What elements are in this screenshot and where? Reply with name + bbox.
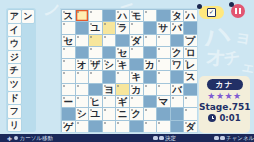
board-cell[interactable] [157,121,170,132]
board-cell[interactable] [76,96,89,107]
tray-empty-slot [22,78,35,91]
board-cell[interactable]: ザ [89,59,102,70]
board-cell[interactable] [89,10,102,21]
board-cell[interactable] [157,59,170,70]
board-cell[interactable] [103,108,116,119]
tray-letter[interactable]: チ [8,64,21,77]
board-cell[interactable]: マ [157,96,170,107]
blocked-cell [144,47,157,58]
blocked-cell [116,35,129,46]
blocked-cell [144,22,157,33]
board-cell[interactable] [76,121,89,132]
pause-icon [239,8,241,14]
blocked-cell [171,121,184,132]
elapsed-time: 0:01 [219,113,240,123]
board-cell[interactable] [144,35,157,46]
blocked-cell [171,108,184,119]
dpad-icon: ✚ [7,136,12,141]
board-cell[interactable] [103,96,116,107]
board-cell[interactable] [62,59,75,70]
blocked-cell [157,108,170,119]
board-cell[interactable] [144,84,157,95]
board-cell[interactable]: ク [130,108,143,119]
check-answers-button[interactable]: ✓ [199,6,224,19]
board-cell[interactable]: ギ [116,96,129,107]
tray-letter[interactable]: ジ [8,51,21,64]
tray-letter[interactable]: ド [8,92,21,105]
board-cell[interactable]: ハ [184,10,197,21]
blocked-cell [184,22,197,33]
blocked-cell [103,47,116,58]
board-cell[interactable]: ワ [171,59,184,70]
blocked-cell [171,71,184,82]
board-cell[interactable]: プ [184,35,197,46]
board-cell[interactable]: ハ [116,10,129,21]
star-rating: ★★★★ [199,91,250,102]
blocked-cell [157,10,170,21]
board-cell[interactable] [130,96,143,107]
selected-cell[interactable] [76,10,89,21]
tray-empty-slot [22,24,35,37]
tray-empty-slot [22,37,35,50]
blocked-cell [89,84,102,95]
blocked-cell [89,121,102,132]
tray-letter[interactable]: リ [8,119,21,132]
clock-icon [208,114,216,122]
blocked-cell [103,10,116,21]
pause-icon [235,8,237,14]
board-cell[interactable] [157,35,170,46]
r-button-icon [220,136,225,141]
stick-icon [14,136,19,141]
board-cell[interactable]: ユ [89,22,102,33]
board-cell[interactable]: ヒ [89,96,102,107]
check-icon: ✓ [207,8,216,17]
stage-number: Stage.751 [199,102,250,112]
board-cell[interactable] [184,108,197,119]
board-cell[interactable] [76,84,89,95]
pause-button[interactable] [231,4,245,18]
board-cell[interactable]: ニ [116,108,129,119]
tray-letter[interactable]: ン [22,10,35,23]
board-cell[interactable] [62,84,75,95]
blocked-cell [62,108,75,119]
mode-badge: カナ [207,79,243,90]
board-cell[interactable]: キ [116,59,129,70]
board-cell[interactable] [184,96,197,107]
tray-letter[interactable]: イ [8,24,21,37]
confirm-hint[interactable]: 決定 [153,134,176,142]
l-button-icon [214,136,219,141]
board-cell[interactable]: ス [184,71,197,82]
board-cell[interactable] [89,47,102,58]
board-cell[interactable]: レ [184,59,197,70]
board-cell[interactable] [171,96,184,107]
board-cell[interactable]: ユ [89,108,102,119]
board-cell[interactable]: ラ [116,22,129,33]
board-cell[interactable]: セ [62,35,75,46]
button-hint-badge [229,2,234,7]
board-cell[interactable] [62,22,75,33]
tray-letter[interactable]: フ [8,105,21,118]
blocked-cell [76,47,89,58]
channel-hint[interactable]: チャンネル [214,134,254,142]
board-cell[interactable]: ク [171,47,184,58]
tray-letter[interactable]: ア [8,10,21,23]
board-cell[interactable]: バ [171,22,184,33]
board-cell[interactable]: セ [116,47,129,58]
blocked-cell [76,22,89,33]
a-button-icon [153,136,158,141]
blocked-cell [130,59,143,70]
board-cell[interactable]: タ [171,10,184,21]
board-cell[interactable] [89,71,102,82]
doodle-glyph: ヨ [235,29,252,49]
control-hint-bar: ✚ カーソル移動 決定 チャンネル [0,134,254,142]
board-cell[interactable] [76,71,89,82]
letter-tray: アンイウジチツドフリ [6,8,36,132]
doodle-glyph: オ [205,43,227,71]
board-cell[interactable] [130,47,143,58]
puzzle-board: スハモタハユラサバセダプセクロオザシキカワレキスヨカバーヒギマシユニクゲダ [60,8,198,133]
tray-letter[interactable]: ウ [8,37,21,50]
board-cell[interactable] [103,35,116,46]
board-cell[interactable] [103,22,116,33]
board-cell[interactable]: ダ [130,35,143,46]
tray-empty-slot [22,51,35,64]
board-cell[interactable] [157,47,170,58]
board-cell[interactable]: カ [144,59,157,70]
board-cell[interactable]: サ [157,22,170,33]
doodle-glyph: チ [223,47,241,70]
game-screen: ハヨチオエノーリ アンイウジチツドフリ スハモタハユラサバセダプセクロオザシキカ… [0,0,254,142]
board-cell[interactable]: シ [103,59,116,70]
board-cell[interactable] [103,121,116,132]
blocked-cell [130,121,143,132]
board-cell[interactable] [62,47,75,58]
stage-info-panel: カナ ★★★★ Stage.751 0:01 [199,76,250,133]
board-cell[interactable] [157,84,170,95]
board-cell[interactable]: カ [130,84,143,95]
cursor-move-hint[interactable]: ✚ カーソル移動 [7,134,53,142]
button-hint-badge [197,4,202,9]
tray-letter[interactable]: ツ [8,78,21,91]
board-cell[interactable] [116,121,129,132]
board-cell[interactable]: ダ [184,121,197,132]
confirm-label: 決定 [165,134,176,142]
board-cell[interactable]: キ [130,71,143,82]
blocked-cell [103,71,116,82]
board-cell[interactable] [144,108,157,119]
board-cell[interactable] [130,22,143,33]
b-button-icon [159,136,164,141]
board-cell[interactable]: バ [171,84,184,95]
blocked-cell [184,84,197,95]
board-cell[interactable]: シ [76,108,89,119]
board-cell[interactable] [157,71,170,82]
board-cell[interactable] [144,121,157,132]
board-cell[interactable]: ゲ [62,121,75,132]
blocked-cell [144,96,157,107]
cursor-move-label: カーソル移動 [20,134,53,142]
tray-empty-slot [22,105,35,118]
board-cell[interactable] [144,10,157,21]
board-cell[interactable]: ロ [184,47,197,58]
doodle-glyph: ハ [201,16,234,56]
board-cell[interactable] [116,71,129,82]
board-cell[interactable] [89,35,102,46]
tray-empty-slot [22,64,35,77]
board-cell[interactable] [116,84,129,95]
tray-empty-slot [22,119,35,132]
blocked-cell [144,71,157,82]
board-cell[interactable]: ヨ [103,84,116,95]
board-cell[interactable]: モ [130,10,143,21]
blocked-cell [171,35,184,46]
board-cell[interactable]: オ [76,59,89,70]
board-cell[interactable]: ー [62,96,75,107]
tray-empty-slot [22,92,35,105]
board-cell[interactable] [62,71,75,82]
channel-label: チャンネル [226,134,254,142]
board-cell[interactable] [76,35,89,46]
board-cell[interactable]: ス [62,10,75,21]
